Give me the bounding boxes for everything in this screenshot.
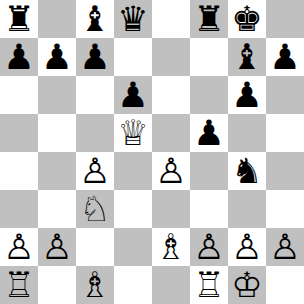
square-b3[interactable]: [38, 190, 76, 228]
square-c8[interactable]: ♝: [76, 0, 114, 38]
square-c5[interactable]: [76, 114, 114, 152]
white-queen-piece: ♕: [117, 114, 148, 152]
square-b4[interactable]: [38, 152, 76, 190]
white-pawn-piece: ♙: [155, 152, 186, 190]
square-g6[interactable]: ♟: [228, 76, 266, 114]
square-h7[interactable]: ♟: [266, 38, 304, 76]
white-pawn-piece: ♙: [79, 152, 110, 190]
square-c2[interactable]: [76, 228, 114, 266]
square-d6[interactable]: ♟: [114, 76, 152, 114]
square-h3[interactable]: [266, 190, 304, 228]
square-e1[interactable]: [152, 266, 190, 304]
square-f7[interactable]: [190, 38, 228, 76]
white-pawn-piece: ♙: [231, 228, 262, 266]
square-a3[interactable]: [0, 190, 38, 228]
black-rook-piece: ♜: [193, 0, 224, 38]
square-a2[interactable]: ♙: [0, 228, 38, 266]
square-d2[interactable]: [114, 228, 152, 266]
square-a6[interactable]: [0, 76, 38, 114]
square-h8[interactable]: [266, 0, 304, 38]
black-bishop-piece: ♝: [79, 0, 110, 38]
white-rook-piece: ♖: [3, 266, 34, 304]
chess-board: ♜♝♛♜♚♟♟♟♝♟♟♟♕♟♙♙♞♘♙♙♗♙♙♙♖♗♖♔: [0, 0, 304, 304]
square-f5[interactable]: ♟: [190, 114, 228, 152]
square-h2[interactable]: ♙: [266, 228, 304, 266]
black-pawn-piece: ♟: [79, 38, 110, 76]
square-h4[interactable]: [266, 152, 304, 190]
square-d1[interactable]: [114, 266, 152, 304]
square-g3[interactable]: [228, 190, 266, 228]
square-e3[interactable]: [152, 190, 190, 228]
square-d7[interactable]: [114, 38, 152, 76]
square-e8[interactable]: [152, 0, 190, 38]
square-f8[interactable]: ♜: [190, 0, 228, 38]
square-a1[interactable]: ♖: [0, 266, 38, 304]
square-g1[interactable]: ♔: [228, 266, 266, 304]
square-a4[interactable]: [0, 152, 38, 190]
square-d3[interactable]: [114, 190, 152, 228]
square-b5[interactable]: [38, 114, 76, 152]
white-knight-piece: ♘: [79, 190, 110, 228]
square-f2[interactable]: ♙: [190, 228, 228, 266]
square-g7[interactable]: ♝: [228, 38, 266, 76]
square-b6[interactable]: [38, 76, 76, 114]
square-e2[interactable]: ♗: [152, 228, 190, 266]
square-e7[interactable]: [152, 38, 190, 76]
square-h6[interactable]: [266, 76, 304, 114]
square-a8[interactable]: ♜: [0, 0, 38, 38]
black-queen-piece: ♛: [117, 0, 148, 38]
square-b7[interactable]: ♟: [38, 38, 76, 76]
square-a7[interactable]: ♟: [0, 38, 38, 76]
square-f6[interactable]: [190, 76, 228, 114]
black-rook-piece: ♜: [3, 0, 34, 38]
black-pawn-piece: ♟: [117, 76, 148, 114]
white-king-piece: ♔: [231, 266, 262, 304]
black-king-piece: ♚: [231, 0, 262, 38]
square-c3[interactable]: ♘: [76, 190, 114, 228]
square-g8[interactable]: ♚: [228, 0, 266, 38]
square-h1[interactable]: [266, 266, 304, 304]
black-pawn-piece: ♟: [193, 114, 224, 152]
white-pawn-piece: ♙: [41, 228, 72, 266]
square-c6[interactable]: [76, 76, 114, 114]
white-pawn-piece: ♙: [269, 228, 300, 266]
white-rook-piece: ♖: [193, 266, 224, 304]
square-g5[interactable]: [228, 114, 266, 152]
white-pawn-piece: ♙: [3, 228, 34, 266]
black-bishop-piece: ♝: [231, 38, 262, 76]
square-c1[interactable]: ♗: [76, 266, 114, 304]
square-d4[interactable]: [114, 152, 152, 190]
white-bishop-piece: ♗: [155, 228, 186, 266]
square-a5[interactable]: [0, 114, 38, 152]
square-c4[interactable]: ♙: [76, 152, 114, 190]
white-pawn-piece: ♙: [193, 228, 224, 266]
black-pawn-piece: ♟: [269, 38, 300, 76]
square-f1[interactable]: ♖: [190, 266, 228, 304]
black-pawn-piece: ♟: [3, 38, 34, 76]
square-b2[interactable]: ♙: [38, 228, 76, 266]
square-h5[interactable]: [266, 114, 304, 152]
black-pawn-piece: ♟: [231, 76, 262, 114]
black-knight-piece: ♞: [231, 152, 262, 190]
square-d5[interactable]: ♕: [114, 114, 152, 152]
square-e4[interactable]: ♙: [152, 152, 190, 190]
square-b8[interactable]: [38, 0, 76, 38]
square-e5[interactable]: [152, 114, 190, 152]
square-g4[interactable]: ♞: [228, 152, 266, 190]
square-b1[interactable]: [38, 266, 76, 304]
square-d8[interactable]: ♛: [114, 0, 152, 38]
black-pawn-piece: ♟: [41, 38, 72, 76]
square-f3[interactable]: [190, 190, 228, 228]
square-e6[interactable]: [152, 76, 190, 114]
white-bishop-piece: ♗: [79, 266, 110, 304]
square-f4[interactable]: [190, 152, 228, 190]
square-g2[interactable]: ♙: [228, 228, 266, 266]
square-c7[interactable]: ♟: [76, 38, 114, 76]
